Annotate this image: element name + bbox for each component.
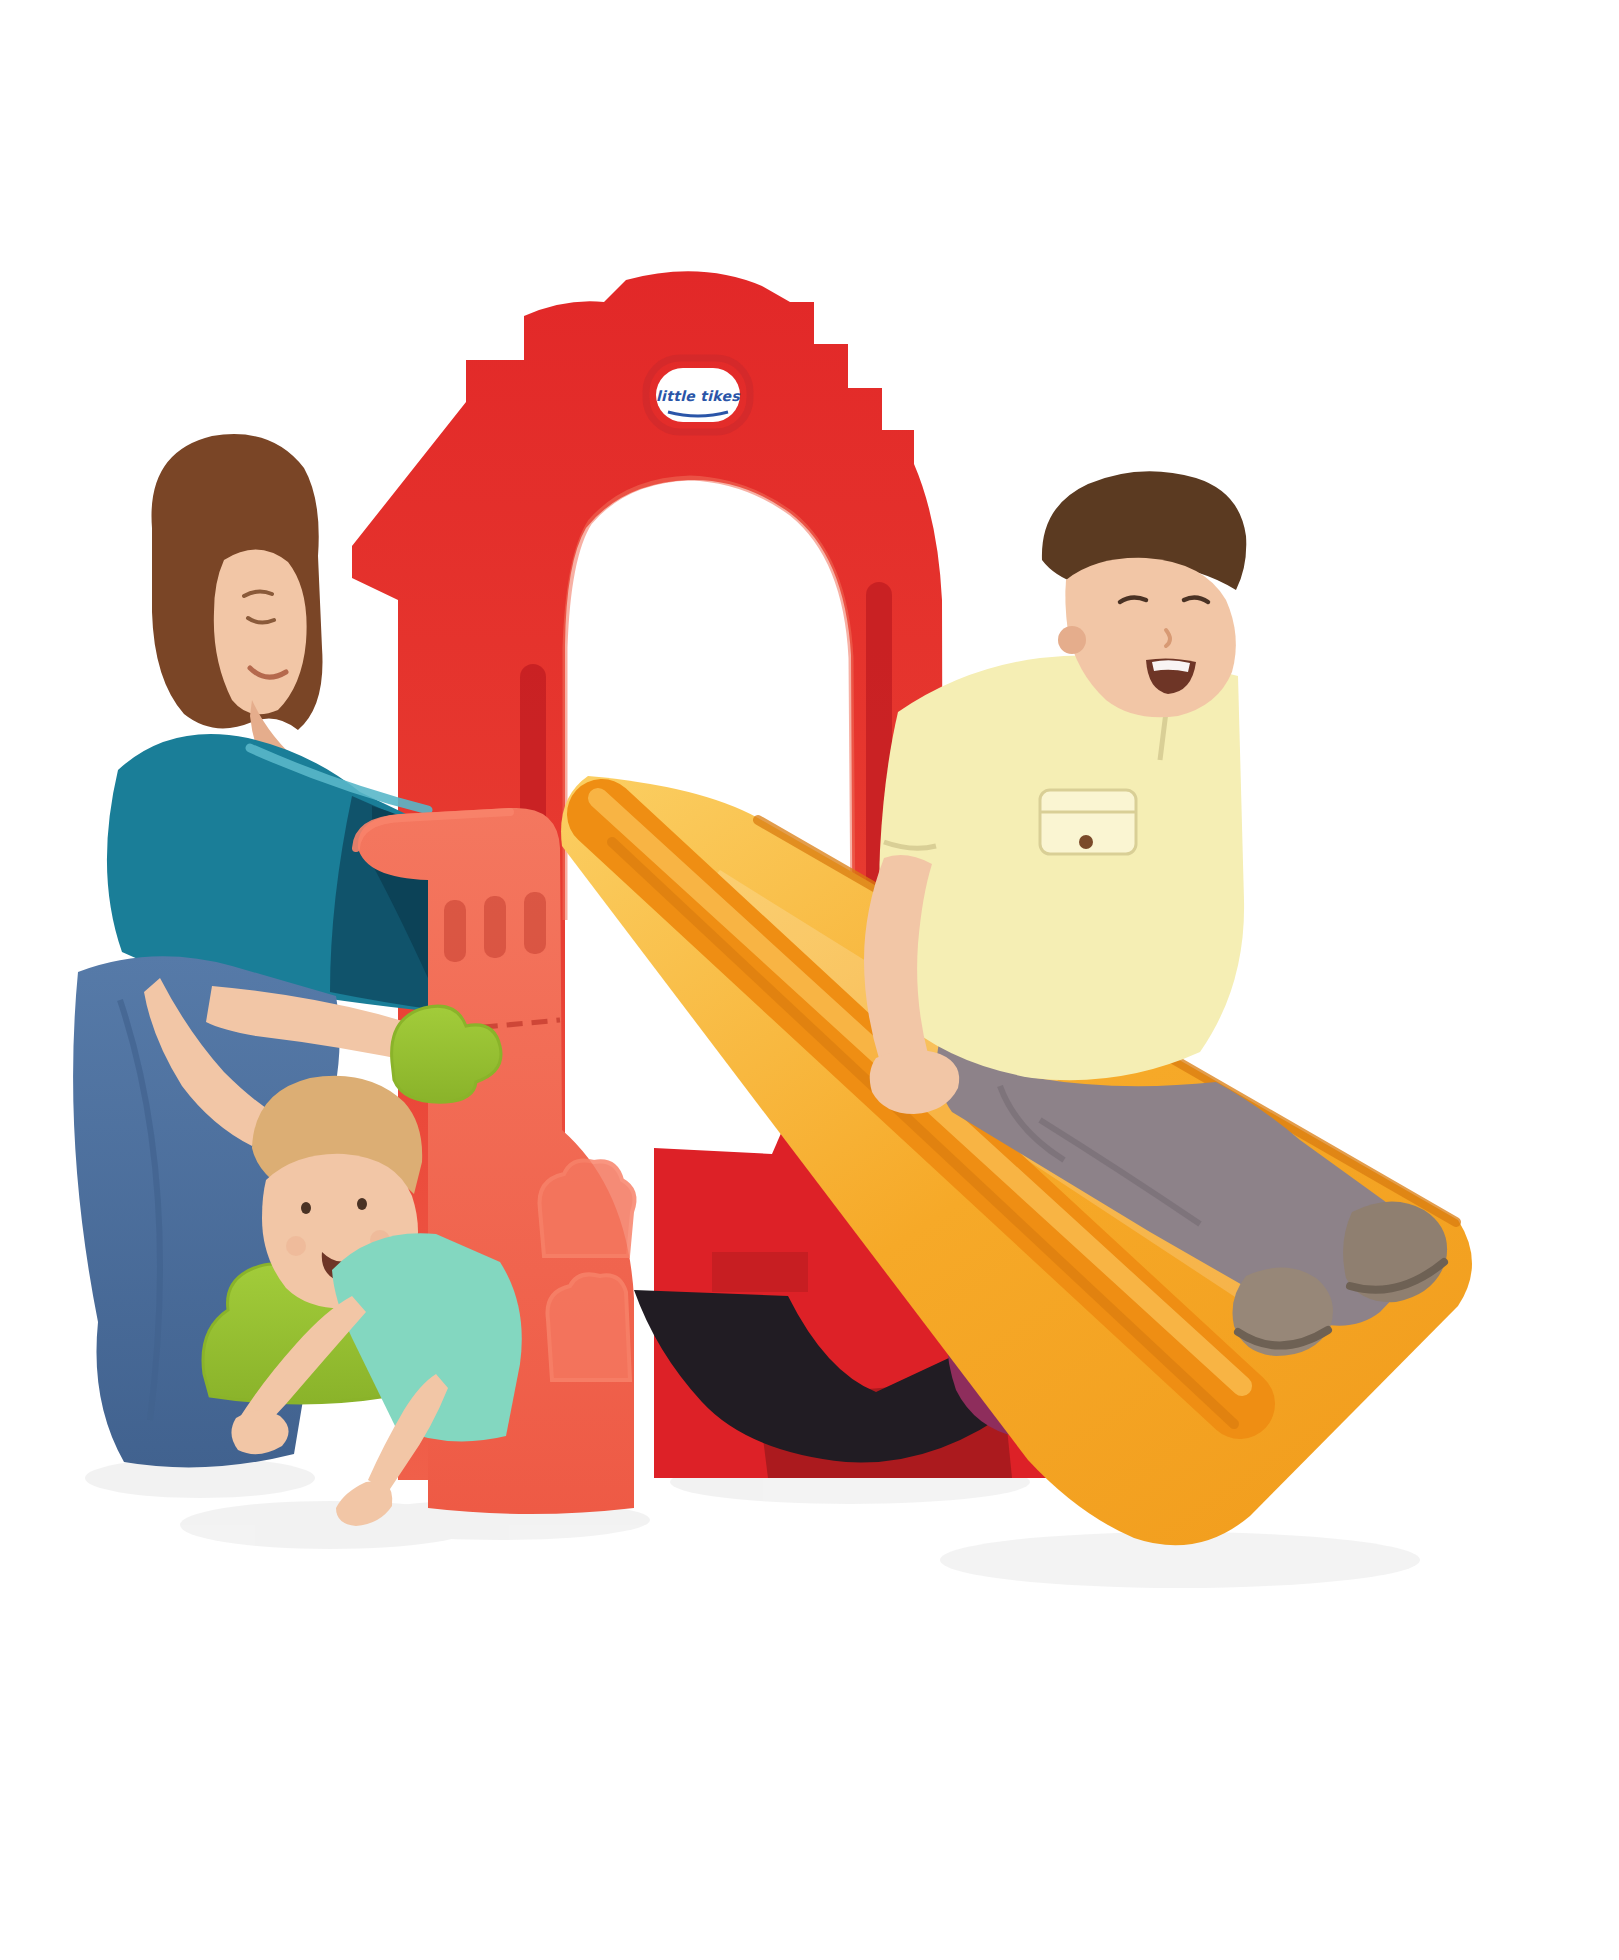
boy-pocket-button xyxy=(1079,835,1093,849)
baby-cheek xyxy=(286,1236,306,1256)
cloud-relief xyxy=(547,1274,630,1380)
brand-logo-text: little tikes xyxy=(656,388,741,404)
front-panel-ridge xyxy=(524,892,546,954)
baby-eye xyxy=(357,1198,367,1210)
product-photo: little tikes xyxy=(0,0,1619,1960)
scene: little tikes xyxy=(0,0,1619,1960)
boy-polo xyxy=(879,655,1244,1080)
boy-ear xyxy=(1058,626,1086,654)
under-platform-step xyxy=(712,1252,808,1292)
baby-eye xyxy=(301,1202,311,1214)
front-panel-ridge xyxy=(484,896,506,958)
mother-face xyxy=(214,549,307,714)
front-panel-ridge xyxy=(444,900,466,962)
